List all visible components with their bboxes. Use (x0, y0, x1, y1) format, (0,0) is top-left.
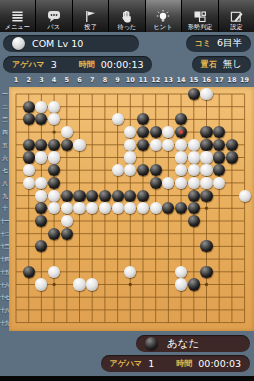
row-label-9: 九 (0, 192, 9, 199)
stone-white-c14r16 (175, 278, 187, 290)
stone-black-c5r9 (61, 190, 73, 202)
col-label-2: 2 (26, 76, 31, 84)
hint-label: ヒント (154, 23, 173, 31)
stone-white-c15r5 (188, 139, 200, 151)
stone-black-c4r12 (48, 228, 60, 240)
handicap-value: 無し (223, 58, 242, 71)
stone-black-c10r9 (124, 190, 136, 202)
col-label-16: 16 (202, 76, 211, 84)
go-board[interactable] (9, 87, 254, 331)
com-time-label: 時間 (79, 59, 95, 70)
speech-bubble-icon (47, 10, 61, 23)
stone-white-c9r7 (112, 164, 124, 176)
lightbulb-icon (156, 10, 170, 23)
stone-white-c4r2 (48, 101, 60, 113)
resign-button[interactable]: 投了 (73, 0, 108, 32)
go-app-screen: メニュー パス 投了 待った (0, 0, 254, 381)
stone-black-c9r9 (112, 190, 124, 202)
stone-white-c3r16 (35, 278, 47, 290)
stone-black-c16r9 (200, 190, 212, 202)
menu-icon (11, 10, 24, 23)
you-captures-label: アゲハマ (110, 358, 143, 369)
com-captures-value: 3 (51, 59, 57, 70)
handicap-label: 置石 (201, 59, 217, 70)
stone-black-c15r16 (188, 278, 200, 290)
col-label-5: 5 (65, 76, 70, 84)
stone-black-c8r9 (99, 190, 111, 202)
row-label-15: 十五 (0, 268, 9, 275)
settings-button[interactable]: 設定 (219, 0, 254, 32)
stone-black-c11r5 (137, 139, 149, 151)
last-move-marker (179, 130, 183, 134)
stone-white-c7r16 (86, 278, 98, 290)
bottom-status-bar: あなた アゲハマ 1 時間 00:00:03 (0, 331, 254, 381)
row-label-3: 三 (0, 116, 9, 123)
col-label-6: 6 (77, 76, 82, 84)
stone-black-c18r6 (226, 151, 238, 163)
undo-label: 待った (118, 23, 137, 31)
toolbar: メニュー パス 投了 待った (0, 0, 254, 32)
row-label-10: 十 (0, 205, 9, 212)
hand-icon (120, 10, 133, 23)
white-stone-icon (12, 37, 25, 50)
you-time-value: 00:00:03 (198, 358, 241, 369)
col-label-13: 13 (164, 76, 173, 84)
stone-white-c5r11 (61, 215, 73, 227)
row-label-11: 十一 (0, 218, 9, 225)
menu-button[interactable]: メニュー (0, 0, 35, 32)
stone-white-c14r5 (175, 139, 187, 151)
col-label-15: 15 (189, 76, 198, 84)
col-label-8: 8 (103, 76, 108, 84)
com-time-value: 00:00:13 (101, 59, 144, 70)
stone-black-c16r4 (200, 126, 212, 138)
row-label-19: 十九 (0, 319, 9, 326)
stone-black-c16r5 (200, 139, 212, 151)
you-captures-value: 1 (148, 358, 154, 369)
you-player-pill: あなた (136, 335, 250, 352)
col-label-14: 14 (177, 76, 186, 84)
row-label-13: 十三 (0, 243, 9, 250)
stone-black-c2r15 (23, 266, 35, 278)
stone-white-c6r16 (73, 278, 85, 290)
stone-black-c5r12 (61, 228, 73, 240)
undo-button[interactable]: 待った (109, 0, 144, 32)
stone-black-c18r5 (226, 139, 238, 151)
top-status-bar: COM Lv 10 コミ 6目半 アゲハマ 3 時間 00:00:13 置石 無… (0, 32, 254, 75)
stone-white-c6r10 (73, 202, 85, 214)
row-label-5: 五 (0, 141, 9, 148)
stone-black-c5r5 (61, 139, 73, 151)
stone-white-c5r4 (61, 126, 73, 138)
stone-white-c15r6 (188, 151, 200, 163)
komi-pill: コミ 6目半 (186, 35, 251, 52)
col-label-17: 17 (215, 76, 224, 84)
you-time-label: 時間 (176, 358, 192, 369)
hint-button[interactable]: ヒント (146, 0, 181, 32)
row-label-16: 十六 (0, 281, 9, 288)
stone-black-c16r15 (200, 266, 212, 278)
pencil-square-icon (230, 10, 243, 23)
stone-white-c6r5 (73, 139, 85, 151)
row-label-8: 八 (0, 179, 9, 186)
col-label-19: 19 (240, 76, 249, 84)
stone-black-c11r9 (137, 190, 149, 202)
col-label-7: 7 (90, 76, 95, 84)
stone-black-c6r9 (73, 190, 85, 202)
stone-black-c2r5 (23, 139, 35, 151)
row-label-2: 二 (0, 103, 9, 110)
resign-label: 投了 (84, 23, 96, 31)
stone-white-c16r7 (200, 164, 212, 176)
stone-white-c19r9 (239, 190, 251, 202)
com-player-pill: COM Lv 10 (3, 35, 139, 52)
row-label-6: 六 (0, 154, 9, 161)
col-label-10: 10 (126, 76, 135, 84)
bottom-black-strip (0, 376, 254, 381)
stone-white-c10r6 (124, 151, 136, 163)
stone-black-c7r9 (86, 190, 98, 202)
you-captures-time-pill: アゲハマ 1 時間 00:00:03 (101, 355, 250, 372)
stone-black-c12r4 (150, 126, 162, 138)
stone-white-c15r8 (188, 177, 200, 189)
col-label-3: 3 (39, 76, 44, 84)
komi-label: コミ (195, 38, 211, 49)
board-area: 12345678910111213141516171819 一二三四五六七八九十… (0, 75, 254, 331)
row-label-14: 十四 (0, 256, 9, 263)
stone-black-c15r1 (188, 88, 200, 100)
col-label-4: 4 (52, 76, 57, 84)
handicap-pill: 置石 無し (192, 56, 251, 73)
flag-icon (84, 10, 97, 23)
com-captures-label: アゲハマ (12, 59, 45, 70)
stone-black-c16r13 (200, 240, 212, 252)
you-player-name: あなた (167, 337, 199, 351)
stone-black-c15r11 (188, 215, 200, 227)
pass-label: パス (48, 23, 61, 31)
row-label-12: 十二 (0, 230, 9, 237)
judge-button[interactable]: 形勢判定 (182, 0, 217, 32)
komi-value: 6目半 (217, 37, 242, 50)
col-label-18: 18 (227, 76, 236, 84)
black-stone-icon (145, 337, 158, 350)
judge-label: 形勢判定 (187, 23, 212, 31)
settings-label: 設定 (230, 23, 242, 31)
stone-white-c16r6 (200, 151, 212, 163)
stone-white-c4r9 (48, 190, 60, 202)
row-label-17: 十七 (0, 294, 9, 301)
com-captures-time-pill: アゲハマ 3 時間 00:00:13 (3, 56, 152, 73)
row-label-18: 十八 (0, 306, 9, 313)
stone-white-c4r6 (48, 151, 60, 163)
menu-label: メニュー (5, 23, 30, 31)
col-label-9: 9 (115, 76, 120, 84)
stone-black-c2r6 (23, 151, 35, 163)
stone-black-c15r9 (188, 190, 200, 202)
stone-black-c2r2 (23, 101, 35, 113)
col-label-12: 12 (151, 76, 160, 84)
stone-white-c2r8 (23, 177, 35, 189)
stone-white-c14r15 (175, 266, 187, 278)
row-label-7: 七 (0, 167, 9, 174)
stone-white-c12r5 (150, 139, 162, 151)
squares-icon (193, 10, 207, 23)
row-label-4: 四 (0, 129, 9, 136)
com-player-name: COM Lv 10 (32, 38, 83, 49)
pass-button[interactable]: パス (36, 0, 71, 32)
stone-black-c12r7 (150, 164, 162, 176)
stone-white-c9r10 (112, 202, 124, 214)
stone-white-c14r6 (175, 151, 187, 163)
col-label-1: 1 (14, 76, 19, 84)
stone-white-c2r7 (23, 164, 35, 176)
stone-white-c16r1 (200, 88, 212, 100)
col-label-11: 11 (138, 76, 147, 84)
row-label-1: 一 (0, 91, 9, 98)
stone-white-c3r6 (35, 151, 47, 163)
stone-black-c12r8 (150, 177, 162, 189)
stone-black-c4r5 (48, 139, 60, 151)
stone-white-c4r15 (48, 266, 60, 278)
stone-white-c16r8 (200, 177, 212, 189)
stone-black-c17r6 (213, 151, 225, 163)
